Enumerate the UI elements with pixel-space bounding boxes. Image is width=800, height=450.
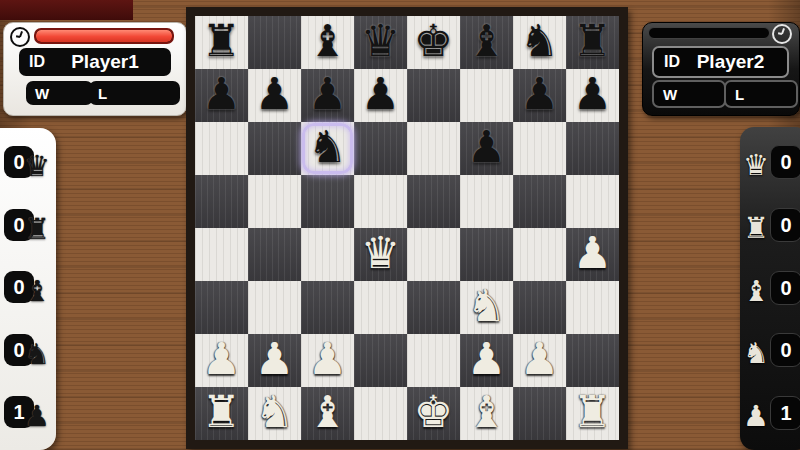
player1-name: Player1 [45,51,171,73]
black-knight: ♞ [301,120,354,173]
black-bishop-icon: ♝ [24,277,50,306]
player2-losses-pill: L [724,80,798,108]
white-pawn-icon: ♟ [743,402,769,431]
square-e6[interactable] [407,122,460,175]
white-pawn: ♟ [195,332,248,385]
square-f4[interactable] [460,228,513,281]
square-f5[interactable] [460,175,513,228]
clock-icon [772,24,792,44]
square-a1[interactable]: ♜ [195,387,248,440]
black-rook: ♜ [195,14,248,67]
black-pawn: ♟ [460,120,513,173]
clock-icon [10,27,30,47]
white-pawn: ♟ [248,332,301,385]
black-pawn-icon: ♟ [24,402,50,431]
clock-hour-hand [16,35,20,38]
square-d5[interactable] [354,175,407,228]
square-f2[interactable]: ♟ [460,334,513,387]
square-h6[interactable] [566,122,619,175]
square-d8[interactable]: ♛ [354,16,407,69]
square-g1[interactable] [513,387,566,440]
white-knight-icon: ♞ [743,339,769,368]
square-e8[interactable]: ♚ [407,16,460,69]
player2-id-pill: ID Player2 [652,46,789,78]
square-h7[interactable]: ♟ [566,69,619,122]
captured-white-bishop-row: 0♝ [740,265,800,315]
black-pawn: ♟ [513,67,566,120]
white-bishop: ♝ [301,385,354,438]
white-knight: ♞ [460,279,513,332]
black-pawn: ♟ [195,67,248,120]
square-e1[interactable]: ♚ [407,387,460,440]
square-h8[interactable]: ♜ [566,16,619,69]
player1-id-label: ID [19,53,45,71]
black-queen-icon: ♛ [24,152,50,181]
captured-white-pawn-row: 1♟ [740,390,800,440]
square-f3[interactable]: ♞ [460,281,513,334]
white-king: ♚ [407,385,460,438]
white-pawn: ♟ [301,332,354,385]
player2-wins-pill: W [652,80,726,108]
square-e4[interactable] [407,228,460,281]
square-c5[interactable] [301,175,354,228]
square-h5[interactable] [566,175,619,228]
square-g8[interactable]: ♞ [513,16,566,69]
square-a7[interactable]: ♟ [195,69,248,122]
square-b5[interactable] [248,175,301,228]
square-f8[interactable]: ♝ [460,16,513,69]
square-b1[interactable]: ♞ [248,387,301,440]
square-c3[interactable] [301,281,354,334]
square-a8[interactable]: ♜ [195,16,248,69]
captured-rook-count: 0 [770,208,800,242]
white-pawn: ♟ [566,226,619,279]
square-c2[interactable]: ♟ [301,334,354,387]
white-knight: ♞ [248,385,301,438]
white-rook-icon: ♜ [743,214,769,243]
white-queen-icon: ♛ [743,151,769,180]
player1-id-pill: ID Player1 [19,48,171,76]
square-c6[interactable]: ♞ [301,122,354,175]
square-a6[interactable] [195,122,248,175]
black-knight: ♞ [513,14,566,67]
square-f1[interactable]: ♝ [460,387,513,440]
square-d7[interactable]: ♟ [354,69,407,122]
square-c8[interactable]: ♝ [301,16,354,69]
square-h1[interactable]: ♜ [566,387,619,440]
black-king: ♚ [407,14,460,67]
white-pawn: ♟ [513,332,566,385]
square-b7[interactable]: ♟ [248,69,301,122]
black-rook-icon: ♜ [24,215,50,244]
captured-black-queen-row: 0♛ [0,140,56,190]
square-e3[interactable] [407,281,460,334]
captured-black-pawn-row: 1♟ [0,390,56,440]
square-h3[interactable] [566,281,619,334]
black-pawn: ♟ [301,67,354,120]
square-g4[interactable] [513,228,566,281]
captured-black-rook-row: 0♜ [0,203,56,253]
square-c7[interactable]: ♟ [301,69,354,122]
black-queen: ♛ [354,14,407,67]
square-g6[interactable] [513,122,566,175]
captured-white-rook-row: 0♜ [740,202,800,252]
square-e7[interactable] [407,69,460,122]
square-g2[interactable]: ♟ [513,334,566,387]
white-queen: ♛ [354,226,407,279]
captured-white-queen-row: 0♛ [740,139,800,189]
black-pawn: ♟ [566,67,619,120]
player1-wins-pill: W [26,81,93,105]
square-g5[interactable] [513,175,566,228]
chess-board: ♜♝♛♚♝♞♜♟♟♟♟♟♟♞♟♛♟♞♟♟♟♟♟♜♞♝♚♝♜ [186,7,628,449]
square-a2[interactable]: ♟ [195,334,248,387]
square-g7[interactable]: ♟ [513,69,566,122]
square-d2[interactable] [354,334,407,387]
board-squares: ♜♝♛♚♝♞♜♟♟♟♟♟♟♞♟♛♟♞♟♟♟♟♟♜♞♝♚♝♜ [195,16,619,440]
captured-queen-count: 0 [770,145,800,179]
white-bishop-icon: ♝ [743,277,769,306]
black-bishop: ♝ [460,14,513,67]
black-pawn: ♟ [354,67,407,120]
square-d6[interactable] [354,122,407,175]
clock-hour-hand [778,32,782,35]
captured-bishop-count: 0 [770,271,800,305]
captured-white-knight-row: 0♞ [740,327,800,377]
square-b4[interactable] [248,228,301,281]
black-bishop: ♝ [301,14,354,67]
square-b3[interactable] [248,281,301,334]
captured-knight-count: 0 [770,333,800,367]
black-knight-icon: ♞ [24,340,50,369]
square-e5[interactable] [407,175,460,228]
square-b8[interactable] [248,16,301,69]
game-screen: ID Player1 W L ID Player2 W L 0♛0♜0♝0♞1♟… [0,0,800,450]
player2-id-label: ID [654,53,680,71]
square-c1[interactable]: ♝ [301,387,354,440]
captured-black-knight-row: 0♞ [0,328,56,378]
white-rook: ♜ [195,385,248,438]
black-pawn: ♟ [248,67,301,120]
white-pawn: ♟ [460,332,513,385]
square-h2[interactable] [566,334,619,387]
player2-name: Player2 [680,51,787,73]
captured-pawn-count: 1 [770,396,800,430]
top-left-maroon-bar [0,0,133,20]
square-h4[interactable]: ♟ [566,228,619,281]
player1-timer-bar [34,28,174,44]
square-f6[interactable]: ♟ [460,122,513,175]
player1-panel: ID Player1 W L [3,22,187,116]
square-g3[interactable] [513,281,566,334]
square-a5[interactable] [195,175,248,228]
square-e2[interactable] [407,334,460,387]
player2-timer-bar [648,27,770,39]
square-a3[interactable] [195,281,248,334]
square-c4[interactable] [301,228,354,281]
square-a4[interactable] [195,228,248,281]
square-f7[interactable] [460,69,513,122]
square-b2[interactable]: ♟ [248,334,301,387]
black-rook: ♜ [566,14,619,67]
white-rook: ♜ [566,385,619,438]
square-d1[interactable] [354,387,407,440]
white-bishop: ♝ [460,385,513,438]
square-b6[interactable] [248,122,301,175]
captured-black-bishop-row: 0♝ [0,265,56,315]
player1-losses-pill: L [89,81,180,105]
player1-capture-tray: 0♛0♜0♝0♞1♟ [0,128,56,450]
square-d3[interactable] [354,281,407,334]
square-d4[interactable]: ♛ [354,228,407,281]
player1-timer-fill [36,30,172,42]
player2-panel: ID Player2 W L [642,22,800,116]
player2-capture-tray: 0♛0♜0♝0♞1♟ [740,127,800,450]
